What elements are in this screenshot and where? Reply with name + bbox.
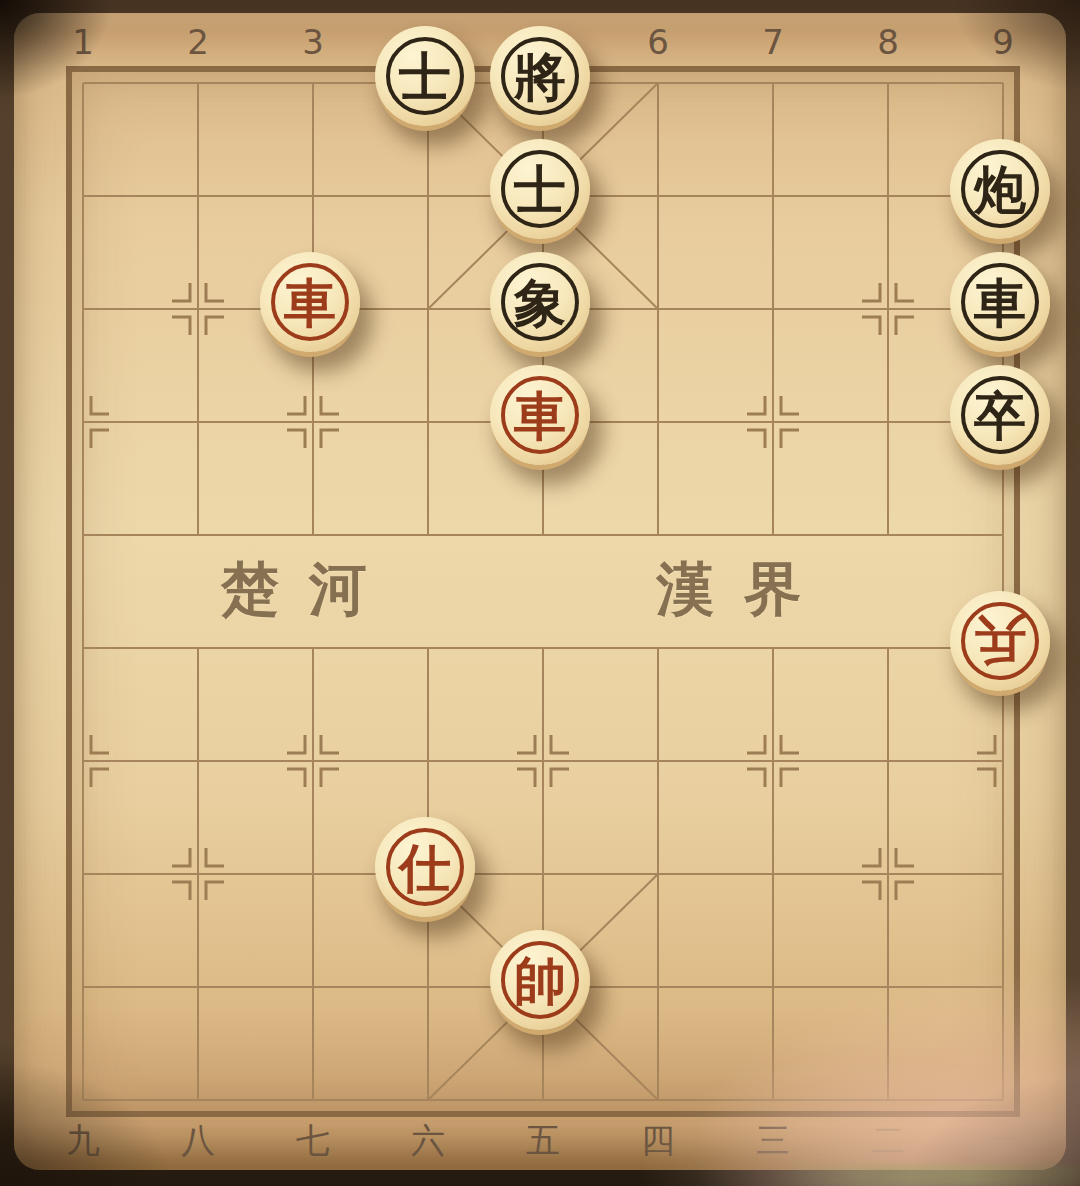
piece-black-elephant[interactable]: 象 <box>490 252 590 352</box>
piece-character: 士 <box>399 51 451 103</box>
piece-ring: 車 <box>501 376 579 454</box>
piece-character: 帥 <box>514 955 566 1007</box>
piece-red-soldier[interactable]: 兵 <box>950 591 1050 691</box>
piece-black-general[interactable]: 將 <box>490 26 590 126</box>
piece-black-soldier[interactable]: 卒 <box>950 365 1050 465</box>
piece-ring: 炮 <box>961 150 1039 228</box>
piece-character: 兵 <box>974 614 1026 666</box>
piece-red-advisor[interactable]: 仕 <box>375 817 475 917</box>
piece-black-chariot[interactable]: 車 <box>950 252 1050 352</box>
piece-character: 車 <box>514 390 566 442</box>
piece-character: 士 <box>514 164 566 216</box>
piece-ring: 卒 <box>961 376 1039 454</box>
piece-layer: 士將士炮車象車車卒兵仕帥 <box>26 27 1061 1157</box>
piece-character: 卒 <box>974 390 1026 442</box>
xiangqi-screenshot: 123456789 九八七六五四三二一 楚河 漢界 士將士炮車象車車卒兵仕帥 <box>0 0 1080 1186</box>
piece-character: 象 <box>514 277 566 329</box>
piece-ring: 車 <box>961 263 1039 341</box>
piece-black-cannon[interactable]: 炮 <box>950 139 1050 239</box>
piece-ring: 士 <box>501 150 579 228</box>
piece-ring: 士 <box>386 37 464 115</box>
piece-ring: 象 <box>501 263 579 341</box>
piece-black-advisor-1[interactable]: 士 <box>375 26 475 126</box>
piece-ring: 將 <box>501 37 579 115</box>
piece-black-advisor-2[interactable]: 士 <box>490 139 590 239</box>
piece-character: 炮 <box>974 164 1026 216</box>
piece-red-chariot-2[interactable]: 車 <box>490 365 590 465</box>
piece-red-general[interactable]: 帥 <box>490 930 590 1030</box>
piece-red-chariot-1[interactable]: 車 <box>260 252 360 352</box>
piece-ring: 仕 <box>386 828 464 906</box>
piece-character: 車 <box>284 277 336 329</box>
piece-character: 將 <box>514 51 566 103</box>
piece-ring: 車 <box>271 263 349 341</box>
piece-character: 車 <box>974 277 1026 329</box>
piece-ring: 兵 <box>961 602 1039 680</box>
piece-character: 仕 <box>399 842 451 894</box>
piece-ring: 帥 <box>501 941 579 1019</box>
